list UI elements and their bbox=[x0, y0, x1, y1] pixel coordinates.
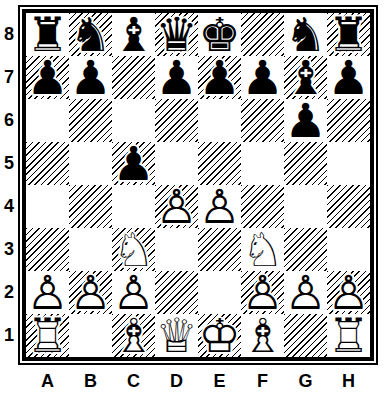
square-a4[interactable] bbox=[26, 185, 69, 228]
square-e5[interactable] bbox=[198, 142, 241, 185]
white-knight-glyph: ♞ bbox=[241, 228, 284, 271]
square-h1[interactable]: ♜♖ bbox=[327, 314, 370, 357]
file-labels: A B C D E F G H bbox=[26, 371, 370, 392]
square-f5[interactable] bbox=[241, 142, 284, 185]
board-frame-inner: ♜♞♝♛♚♞♜♟♟♟♟♟♝♟♟♟♟♙♟♙♞♘♞♘♟♙♟♙♟♙♟♙♟♙♟♙♜♖♝♗… bbox=[22, 9, 374, 361]
piece-white-pawn-e4[interactable]: ♟♙ bbox=[198, 185, 241, 228]
square-c7[interactable] bbox=[112, 56, 155, 99]
piece-black-pawn-g6[interactable]: ♟ bbox=[284, 99, 327, 142]
square-c2[interactable]: ♟♙ bbox=[112, 271, 155, 314]
square-g1[interactable] bbox=[284, 314, 327, 357]
square-d1[interactable]: ♛♕ bbox=[155, 314, 198, 357]
rank-label-1: 1 bbox=[0, 314, 18, 357]
white-pawn-glyph: ♟ bbox=[112, 271, 155, 314]
square-h7[interactable]: ♟ bbox=[327, 56, 370, 99]
square-g6[interactable]: ♟ bbox=[284, 99, 327, 142]
black-pawn-glyph: ♟ bbox=[26, 56, 69, 99]
white-pawn-glyph: ♟ bbox=[26, 271, 69, 314]
square-c5[interactable]: ♟ bbox=[112, 142, 155, 185]
piece-black-queen-d8[interactable]: ♛ bbox=[155, 13, 198, 56]
piece-black-pawn-a7[interactable]: ♟ bbox=[26, 56, 69, 99]
rank-label-2: 2 bbox=[0, 271, 18, 314]
piece-white-rook-a1[interactable]: ♜♖ bbox=[26, 314, 69, 357]
square-c6[interactable] bbox=[112, 99, 155, 142]
square-h3[interactable] bbox=[327, 228, 370, 271]
rank-label-8: 8 bbox=[0, 13, 18, 56]
piece-black-bishop-g7[interactable]: ♝ bbox=[284, 56, 327, 99]
square-b6[interactable] bbox=[69, 99, 112, 142]
white-pawn-glyph: ♟ bbox=[155, 185, 198, 228]
piece-white-pawn-b2[interactable]: ♟♙ bbox=[69, 271, 112, 314]
square-e4[interactable]: ♟♙ bbox=[198, 185, 241, 228]
white-rook-glyph: ♜ bbox=[26, 314, 69, 357]
white-bishop-glyph: ♝ bbox=[112, 314, 155, 357]
square-d4[interactable]: ♟♙ bbox=[155, 185, 198, 228]
white-queen-outline-glyph: ♕ bbox=[155, 314, 198, 357]
square-c3[interactable]: ♞♘ bbox=[112, 228, 155, 271]
white-pawn-outline-glyph: ♙ bbox=[284, 271, 327, 314]
white-pawn-glyph: ♟ bbox=[284, 271, 327, 314]
square-e1[interactable]: ♚♔ bbox=[198, 314, 241, 357]
black-king-glyph: ♚ bbox=[198, 13, 241, 56]
black-knight-glyph: ♞ bbox=[284, 13, 327, 56]
white-king-outline-glyph: ♔ bbox=[198, 314, 241, 357]
file-label-e: E bbox=[198, 371, 241, 392]
rank-labels: 8 7 6 5 4 3 2 1 bbox=[0, 13, 18, 357]
square-f2[interactable]: ♟♙ bbox=[241, 271, 284, 314]
square-h2[interactable]: ♟♙ bbox=[327, 271, 370, 314]
square-b7[interactable]: ♟ bbox=[69, 56, 112, 99]
square-d7[interactable]: ♟ bbox=[155, 56, 198, 99]
rank-label-4: 4 bbox=[0, 185, 18, 228]
chess-board: ♜♞♝♛♚♞♜♟♟♟♟♟♝♟♟♟♟♙♟♙♞♘♞♘♟♙♟♙♟♙♟♙♟♙♟♙♜♖♝♗… bbox=[26, 13, 370, 357]
file-label-h: H bbox=[327, 371, 370, 392]
black-rook-glyph: ♜ bbox=[327, 13, 370, 56]
piece-white-queen-d1[interactable]: ♛♕ bbox=[155, 314, 198, 357]
piece-black-pawn-e7[interactable]: ♟ bbox=[198, 56, 241, 99]
square-a3[interactable] bbox=[26, 228, 69, 271]
square-h5[interactable] bbox=[327, 142, 370, 185]
piece-black-pawn-d7[interactable]: ♟ bbox=[155, 56, 198, 99]
black-bishop-glyph: ♝ bbox=[284, 56, 327, 99]
square-a6[interactable] bbox=[26, 99, 69, 142]
white-knight-outline-glyph: ♘ bbox=[241, 228, 284, 271]
piece-black-rook-h8[interactable]: ♜ bbox=[327, 13, 370, 56]
white-pawn-outline-glyph: ♙ bbox=[69, 271, 112, 314]
square-g8[interactable]: ♞ bbox=[284, 13, 327, 56]
square-e6[interactable] bbox=[198, 99, 241, 142]
square-b3[interactable] bbox=[69, 228, 112, 271]
square-b2[interactable]: ♟♙ bbox=[69, 271, 112, 314]
piece-white-bishop-c1[interactable]: ♝♗ bbox=[112, 314, 155, 357]
piece-white-pawn-a2[interactable]: ♟♙ bbox=[26, 271, 69, 314]
white-pawn-glyph: ♟ bbox=[327, 271, 370, 314]
white-pawn-outline-glyph: ♙ bbox=[241, 271, 284, 314]
piece-black-knight-g8[interactable]: ♞ bbox=[284, 13, 327, 56]
white-rook-outline-glyph: ♖ bbox=[327, 314, 370, 357]
white-knight-outline-glyph: ♘ bbox=[112, 228, 155, 271]
square-d8[interactable]: ♛ bbox=[155, 13, 198, 56]
piece-black-bishop-c8[interactable]: ♝ bbox=[112, 13, 155, 56]
square-f6[interactable] bbox=[241, 99, 284, 142]
white-pawn-outline-glyph: ♙ bbox=[198, 185, 241, 228]
piece-black-pawn-c5[interactable]: ♟ bbox=[112, 142, 155, 185]
white-pawn-glyph: ♟ bbox=[198, 185, 241, 228]
piece-white-rook-h1[interactable]: ♜♖ bbox=[327, 314, 370, 357]
file-label-f: F bbox=[241, 371, 284, 392]
piece-white-pawn-g2[interactable]: ♟♙ bbox=[284, 271, 327, 314]
square-g3[interactable] bbox=[284, 228, 327, 271]
square-h6[interactable] bbox=[327, 99, 370, 142]
square-a5[interactable] bbox=[26, 142, 69, 185]
piece-white-pawn-f2[interactable]: ♟♙ bbox=[241, 271, 284, 314]
square-h4[interactable] bbox=[327, 185, 370, 228]
square-d6[interactable] bbox=[155, 99, 198, 142]
square-b5[interactable] bbox=[69, 142, 112, 185]
white-bishop-outline-glyph: ♗ bbox=[112, 314, 155, 357]
file-label-b: B bbox=[69, 371, 112, 392]
white-king-glyph: ♚ bbox=[198, 314, 241, 357]
square-e2[interactable] bbox=[198, 271, 241, 314]
piece-white-pawn-d4[interactable]: ♟♙ bbox=[155, 185, 198, 228]
black-pawn-glyph: ♟ bbox=[284, 99, 327, 142]
white-rook-outline-glyph: ♖ bbox=[26, 314, 69, 357]
square-f3[interactable]: ♞♘ bbox=[241, 228, 284, 271]
square-d3[interactable] bbox=[155, 228, 198, 271]
white-queen-glyph: ♛ bbox=[155, 314, 198, 357]
white-bishop-outline-glyph: ♗ bbox=[241, 314, 284, 357]
piece-white-knight-f3[interactable]: ♞♘ bbox=[241, 228, 284, 271]
white-pawn-glyph: ♟ bbox=[69, 271, 112, 314]
black-rook-glyph: ♜ bbox=[26, 13, 69, 56]
rank-label-7: 7 bbox=[0, 56, 18, 99]
black-pawn-glyph: ♟ bbox=[327, 56, 370, 99]
square-a8[interactable]: ♜ bbox=[26, 13, 69, 56]
white-pawn-outline-glyph: ♙ bbox=[327, 271, 370, 314]
square-e7[interactable]: ♟ bbox=[198, 56, 241, 99]
square-a7[interactable]: ♟ bbox=[26, 56, 69, 99]
white-pawn-outline-glyph: ♙ bbox=[155, 185, 198, 228]
square-f1[interactable]: ♝♗ bbox=[241, 314, 284, 357]
white-rook-glyph: ♜ bbox=[327, 314, 370, 357]
black-pawn-glyph: ♟ bbox=[112, 142, 155, 185]
piece-black-pawn-h7[interactable]: ♟ bbox=[327, 56, 370, 99]
black-queen-glyph: ♛ bbox=[155, 13, 198, 56]
piece-white-bishop-f1[interactable]: ♝♗ bbox=[241, 314, 284, 357]
square-e8[interactable]: ♚ bbox=[198, 13, 241, 56]
square-a1[interactable]: ♜♖ bbox=[26, 314, 69, 357]
white-bishop-glyph: ♝ bbox=[241, 314, 284, 357]
piece-white-knight-c3[interactable]: ♞♘ bbox=[112, 228, 155, 271]
black-pawn-glyph: ♟ bbox=[198, 56, 241, 99]
white-knight-glyph: ♞ bbox=[112, 228, 155, 271]
square-f4[interactable] bbox=[241, 185, 284, 228]
square-e3[interactable] bbox=[198, 228, 241, 271]
square-c4[interactable] bbox=[112, 185, 155, 228]
square-d2[interactable] bbox=[155, 271, 198, 314]
square-c8[interactable]: ♝ bbox=[112, 13, 155, 56]
rank-label-6: 6 bbox=[0, 99, 18, 142]
square-b4[interactable] bbox=[69, 185, 112, 228]
rank-label-3: 3 bbox=[0, 228, 18, 271]
square-g5[interactable] bbox=[284, 142, 327, 185]
piece-black-knight-b8[interactable]: ♞ bbox=[69, 13, 112, 56]
white-pawn-outline-glyph: ♙ bbox=[26, 271, 69, 314]
white-pawn-outline-glyph: ♙ bbox=[112, 271, 155, 314]
piece-white-pawn-c2[interactable]: ♟♙ bbox=[112, 271, 155, 314]
square-f8[interactable] bbox=[241, 13, 284, 56]
square-g4[interactable] bbox=[284, 185, 327, 228]
piece-black-king-e8[interactable]: ♚ bbox=[198, 13, 241, 56]
white-pawn-glyph: ♟ bbox=[241, 271, 284, 314]
chess-diagram: 8 7 6 5 4 3 2 1 ♜♞♝♛♚♞♜♟♟♟♟♟♝♟♟♟♟♙♟♙♞♘♞♘… bbox=[0, 0, 387, 394]
square-d5[interactable] bbox=[155, 142, 198, 185]
piece-white-pawn-h2[interactable]: ♟♙ bbox=[327, 271, 370, 314]
square-f7[interactable]: ♟ bbox=[241, 56, 284, 99]
file-label-a: A bbox=[26, 371, 69, 392]
black-pawn-glyph: ♟ bbox=[155, 56, 198, 99]
black-knight-glyph: ♞ bbox=[69, 13, 112, 56]
piece-black-pawn-b7[interactable]: ♟ bbox=[69, 56, 112, 99]
board-frame: ♜♞♝♛♚♞♜♟♟♟♟♟♝♟♟♟♟♙♟♙♞♘♞♘♟♙♟♙♟♙♟♙♟♙♟♙♜♖♝♗… bbox=[18, 5, 378, 365]
square-a2[interactable]: ♟♙ bbox=[26, 271, 69, 314]
file-label-d: D bbox=[155, 371, 198, 392]
piece-black-rook-a8[interactable]: ♜ bbox=[26, 13, 69, 56]
file-label-g: G bbox=[284, 371, 327, 392]
black-pawn-glyph: ♟ bbox=[69, 56, 112, 99]
piece-white-king-e1[interactable]: ♚♔ bbox=[198, 314, 241, 357]
square-b8[interactable]: ♞ bbox=[69, 13, 112, 56]
file-label-c: C bbox=[112, 371, 155, 392]
piece-black-pawn-f7[interactable]: ♟ bbox=[241, 56, 284, 99]
square-c1[interactable]: ♝♗ bbox=[112, 314, 155, 357]
rank-label-5: 5 bbox=[0, 142, 18, 185]
square-h8[interactable]: ♜ bbox=[327, 13, 370, 56]
black-pawn-glyph: ♟ bbox=[241, 56, 284, 99]
square-g2[interactable]: ♟♙ bbox=[284, 271, 327, 314]
black-bishop-glyph: ♝ bbox=[112, 13, 155, 56]
square-g7[interactable]: ♝ bbox=[284, 56, 327, 99]
square-b1[interactable] bbox=[69, 314, 112, 357]
